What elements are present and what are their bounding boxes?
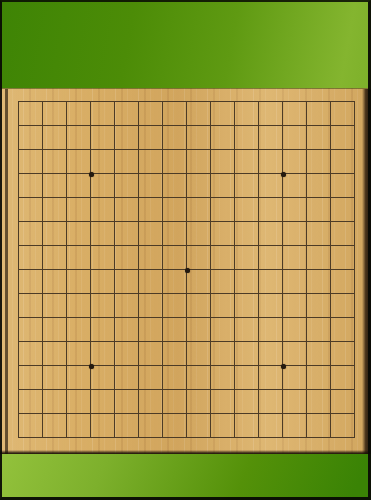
board-cell[interactable]	[91, 366, 115, 390]
board-cell[interactable]	[211, 126, 235, 150]
board-cell[interactable]	[43, 150, 67, 174]
table-background-top	[0, 0, 371, 88]
board-cell[interactable]	[19, 150, 43, 174]
board-cell[interactable]	[331, 150, 355, 174]
board-cell[interactable]	[115, 246, 139, 270]
board-cell[interactable]	[19, 318, 43, 342]
board-cell[interactable]	[283, 390, 307, 414]
board-cell[interactable]	[283, 366, 307, 390]
board-cell[interactable]	[331, 246, 355, 270]
board-cell[interactable]	[115, 366, 139, 390]
board-cell[interactable]	[235, 390, 259, 414]
board-cell[interactable]	[115, 342, 139, 366]
board-cell[interactable]	[139, 366, 163, 390]
board-cell[interactable]	[331, 198, 355, 222]
board-cell[interactable]	[187, 198, 211, 222]
board-cell[interactable]	[67, 294, 91, 318]
board-cell[interactable]	[91, 198, 115, 222]
board-cell[interactable]	[307, 318, 331, 342]
board-cell[interactable]	[331, 270, 355, 294]
board-cell[interactable]	[211, 342, 235, 366]
board-cell[interactable]	[163, 414, 187, 438]
board-cell[interactable]	[307, 342, 331, 366]
board-cell[interactable]	[67, 174, 91, 198]
board-cell[interactable]	[139, 126, 163, 150]
board-cell[interactable]	[283, 318, 307, 342]
board-cell[interactable]	[259, 318, 283, 342]
board-cell[interactable]	[235, 198, 259, 222]
board-cell[interactable]	[91, 318, 115, 342]
board-cell[interactable]	[139, 414, 163, 438]
board-cell[interactable]	[115, 198, 139, 222]
board-cell[interactable]	[139, 222, 163, 246]
board-cell[interactable]	[307, 390, 331, 414]
board-cell[interactable]	[283, 222, 307, 246]
board-cell[interactable]	[115, 150, 139, 174]
board-cell[interactable]	[283, 246, 307, 270]
board-cell[interactable]	[259, 150, 283, 174]
board-cell[interactable]	[331, 294, 355, 318]
board-cell[interactable]	[163, 222, 187, 246]
board-cell[interactable]	[91, 294, 115, 318]
board-cell[interactable]	[259, 222, 283, 246]
board-cell[interactable]	[139, 318, 163, 342]
board-cell[interactable]	[211, 390, 235, 414]
board-cell[interactable]	[235, 294, 259, 318]
board-cell[interactable]	[139, 246, 163, 270]
board-cell[interactable]	[331, 222, 355, 246]
board-cell[interactable]	[259, 174, 283, 198]
board-cell[interactable]	[283, 126, 307, 150]
board-cell[interactable]	[115, 294, 139, 318]
board-cell[interactable]	[115, 390, 139, 414]
board-cell[interactable]	[307, 246, 331, 270]
board-cell[interactable]	[283, 198, 307, 222]
board-cell[interactable]	[43, 414, 67, 438]
star-point	[89, 364, 94, 369]
goban[interactable]	[0, 88, 371, 454]
board-cell[interactable]	[187, 222, 211, 246]
board-cell[interactable]	[163, 318, 187, 342]
board-cell[interactable]	[283, 414, 307, 438]
board-cell[interactable]	[67, 150, 91, 174]
board-cell[interactable]	[211, 294, 235, 318]
board-cell[interactable]	[211, 150, 235, 174]
board-cell[interactable]	[307, 126, 331, 150]
board-cell[interactable]	[235, 150, 259, 174]
board-cell[interactable]	[67, 102, 91, 126]
board-cell[interactable]	[115, 174, 139, 198]
board-cell[interactable]	[187, 294, 211, 318]
board-cell[interactable]	[259, 342, 283, 366]
board-cell[interactable]	[163, 174, 187, 198]
board-cell[interactable]	[187, 150, 211, 174]
board-cell[interactable]	[283, 102, 307, 126]
board-cell[interactable]	[211, 246, 235, 270]
board-cell[interactable]	[259, 126, 283, 150]
board-cell[interactable]	[115, 318, 139, 342]
board-cell[interactable]	[19, 342, 43, 366]
board-cell[interactable]	[211, 102, 235, 126]
board-cell[interactable]	[211, 318, 235, 342]
board-cell[interactable]	[43, 198, 67, 222]
board-cell[interactable]	[67, 126, 91, 150]
board-cell[interactable]	[19, 390, 43, 414]
board-cell[interactable]	[211, 222, 235, 246]
board-cell[interactable]	[139, 102, 163, 126]
board-cell[interactable]	[235, 318, 259, 342]
board-cell[interactable]	[331, 414, 355, 438]
board-cell[interactable]	[211, 270, 235, 294]
board-cell[interactable]	[19, 198, 43, 222]
star-point	[281, 364, 286, 369]
board-cell[interactable]	[283, 294, 307, 318]
board-cell[interactable]	[307, 198, 331, 222]
board-cell[interactable]	[139, 294, 163, 318]
board-cell[interactable]	[43, 246, 67, 270]
board-cell[interactable]	[163, 342, 187, 366]
board-cell[interactable]	[235, 366, 259, 390]
board-cell[interactable]	[211, 198, 235, 222]
board-cell[interactable]	[67, 342, 91, 366]
board-cell[interactable]	[187, 366, 211, 390]
board-cell[interactable]	[19, 366, 43, 390]
board-cell[interactable]	[187, 390, 211, 414]
board-cell[interactable]	[91, 102, 115, 126]
board-cell[interactable]	[283, 270, 307, 294]
board-cell[interactable]	[67, 246, 91, 270]
board-cell[interactable]	[67, 270, 91, 294]
board-cell[interactable]	[91, 222, 115, 246]
board-cell[interactable]	[43, 366, 67, 390]
board-cell[interactable]	[91, 150, 115, 174]
board-cell[interactable]	[307, 174, 331, 198]
board-cell[interactable]	[235, 270, 259, 294]
board-cell[interactable]	[91, 174, 115, 198]
board-bevel-right	[362, 89, 371, 454]
board-cell[interactable]	[259, 198, 283, 222]
board-cell[interactable]	[163, 246, 187, 270]
board-cell[interactable]	[283, 342, 307, 366]
board-cell[interactable]	[307, 366, 331, 390]
board-cell[interactable]	[211, 174, 235, 198]
board-cell[interactable]	[235, 102, 259, 126]
board-cell[interactable]	[307, 414, 331, 438]
board-cell[interactable]	[235, 414, 259, 438]
board-cell[interactable]	[331, 390, 355, 414]
board-cell[interactable]	[163, 150, 187, 174]
board-cell[interactable]	[307, 102, 331, 126]
star-point	[281, 172, 286, 177]
board-cell[interactable]	[91, 126, 115, 150]
board-cell[interactable]	[19, 246, 43, 270]
board-cell[interactable]	[259, 366, 283, 390]
board-cell[interactable]	[187, 270, 211, 294]
board-cell[interactable]	[43, 126, 67, 150]
star-point	[185, 268, 190, 273]
board-cell[interactable]	[91, 390, 115, 414]
board-cell[interactable]	[235, 126, 259, 150]
board-cell[interactable]	[163, 390, 187, 414]
board-cell[interactable]	[331, 342, 355, 366]
board-cell[interactable]	[19, 174, 43, 198]
board-cell[interactable]	[91, 414, 115, 438]
board-cell[interactable]	[19, 294, 43, 318]
board-cell[interactable]	[187, 414, 211, 438]
board-cell[interactable]	[163, 270, 187, 294]
board-cell[interactable]	[259, 294, 283, 318]
board-cell[interactable]	[43, 270, 67, 294]
board-cell[interactable]	[139, 150, 163, 174]
board-cell[interactable]	[331, 102, 355, 126]
board-cell[interactable]	[235, 246, 259, 270]
board-cell[interactable]	[235, 342, 259, 366]
board-cell[interactable]	[187, 126, 211, 150]
board-cell[interactable]	[43, 342, 67, 366]
board-cell[interactable]	[115, 126, 139, 150]
board-cell[interactable]	[211, 366, 235, 390]
board-cell[interactable]	[115, 414, 139, 438]
board-cell[interactable]	[115, 222, 139, 246]
board-cell[interactable]	[43, 390, 67, 414]
board-cell[interactable]	[115, 102, 139, 126]
board-cell[interactable]	[43, 102, 67, 126]
board-cell[interactable]	[331, 366, 355, 390]
board-cell[interactable]	[187, 174, 211, 198]
board-cell[interactable]	[43, 222, 67, 246]
board-cell[interactable]	[19, 270, 43, 294]
board-cell[interactable]	[19, 102, 43, 126]
board-cell[interactable]	[139, 390, 163, 414]
board-cell[interactable]	[331, 318, 355, 342]
board-cell[interactable]	[91, 246, 115, 270]
board-cell[interactable]	[67, 390, 91, 414]
board-cell[interactable]	[67, 222, 91, 246]
board-cell[interactable]	[67, 366, 91, 390]
board-cell[interactable]	[187, 246, 211, 270]
board-cell[interactable]	[67, 414, 91, 438]
board-cell[interactable]	[115, 270, 139, 294]
board-cell[interactable]	[211, 414, 235, 438]
board-cell[interactable]	[67, 318, 91, 342]
board-cell[interactable]	[139, 174, 163, 198]
board-cell[interactable]	[331, 174, 355, 198]
board-cell[interactable]	[307, 150, 331, 174]
board-cell[interactable]	[19, 126, 43, 150]
board-cell[interactable]	[43, 174, 67, 198]
board-cell[interactable]	[283, 174, 307, 198]
game-screen	[0, 0, 371, 500]
board-cell[interactable]	[187, 342, 211, 366]
board-cell[interactable]	[163, 366, 187, 390]
board-cell[interactable]	[163, 294, 187, 318]
board-cell[interactable]	[187, 102, 211, 126]
board-cell[interactable]	[259, 414, 283, 438]
board-bevel-left	[5, 89, 8, 454]
board-cell[interactable]	[235, 222, 259, 246]
board-cell[interactable]	[259, 390, 283, 414]
board-cell[interactable]	[43, 318, 67, 342]
board-cell[interactable]	[163, 198, 187, 222]
board-cell[interactable]	[43, 294, 67, 318]
board-cell[interactable]	[163, 102, 187, 126]
star-point	[89, 172, 94, 177]
board-cell[interactable]	[259, 246, 283, 270]
board-cell[interactable]	[139, 342, 163, 366]
board-cell[interactable]	[187, 318, 211, 342]
board-cell[interactable]	[259, 270, 283, 294]
board-cell[interactable]	[67, 198, 91, 222]
board-cell[interactable]	[19, 222, 43, 246]
board-cell[interactable]	[139, 270, 163, 294]
board-cell[interactable]	[91, 342, 115, 366]
board-cell[interactable]	[19, 414, 43, 438]
board-cell[interactable]	[163, 126, 187, 150]
board-cell[interactable]	[91, 270, 115, 294]
board-cell[interactable]	[235, 174, 259, 198]
table-background-bottom	[0, 454, 371, 500]
board-cell[interactable]	[307, 270, 331, 294]
board-cell[interactable]	[283, 150, 307, 174]
board-cell[interactable]	[259, 102, 283, 126]
board-cell[interactable]	[139, 198, 163, 222]
board-cell[interactable]	[331, 126, 355, 150]
board-cell[interactable]	[307, 222, 331, 246]
board-cell[interactable]	[307, 294, 331, 318]
